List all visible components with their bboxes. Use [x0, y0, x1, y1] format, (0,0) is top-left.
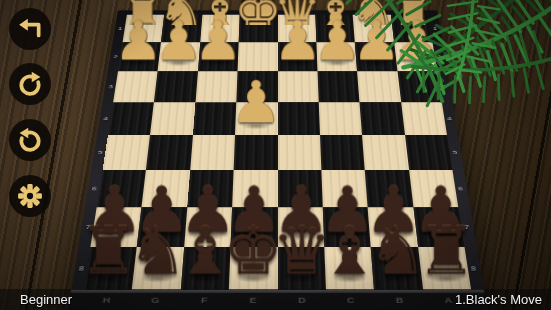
- rotate-counterclockwise-icon: [17, 127, 43, 153]
- square-h4[interactable]: [108, 102, 154, 135]
- gear-icon: [17, 183, 43, 209]
- difficulty-label: Beginner: [20, 292, 72, 307]
- square-g4[interactable]: [150, 102, 195, 135]
- settings-button[interactable]: [9, 175, 51, 217]
- back-button[interactable]: [9, 8, 51, 50]
- square-h3[interactable]: [113, 71, 158, 102]
- piece-P-f2[interactable]: ♟: [194, 13, 243, 67]
- rank-label-left-3: 3: [108, 84, 113, 90]
- move-status-label: 1.Black's Move: [455, 292, 542, 307]
- square-g3[interactable]: [154, 71, 198, 102]
- square-f2[interactable]: ♟: [198, 42, 239, 71]
- rotate-clockwise-icon: [17, 71, 43, 97]
- square-h5[interactable]: [103, 135, 151, 170]
- redo-button[interactable]: [9, 63, 51, 105]
- square-g5[interactable]: [146, 135, 192, 170]
- back-arrow-icon: [17, 16, 43, 42]
- square-a8[interactable]: ♜: [418, 247, 471, 290]
- bottom-status-bar: Beginner 1.Black's Move: [0, 289, 551, 310]
- square-d4[interactable]: [278, 102, 320, 135]
- square-f5[interactable]: [190, 135, 235, 170]
- chess-app-screen: ♜♞♝♚♛♝♞♜♟♟♟♟♟♟♟♟♟♟♟♟♟♟♟♟♜♞♝♚♛♝♞♜ HGFEDCB…: [0, 0, 551, 310]
- square-c8[interactable]: ♝: [324, 247, 374, 290]
- square-e1[interactable]: ♚: [239, 15, 278, 43]
- square-d8[interactable]: ♛: [277, 247, 325, 290]
- square-d5[interactable]: [277, 135, 321, 170]
- square-d3[interactable]: [278, 71, 319, 102]
- square-d2[interactable]: ♟: [278, 42, 318, 71]
- rank-label-left-2: 2: [113, 54, 118, 59]
- undo-button[interactable]: [9, 119, 51, 161]
- rank-label-left-1: 1: [118, 26, 123, 31]
- piece-r-a8[interactable]: ♜: [417, 218, 476, 284]
- palm-leaf-decoration: [322, 0, 551, 181]
- square-e4[interactable]: ♟: [235, 102, 277, 135]
- square-e5[interactable]: [234, 135, 278, 170]
- square-b8[interactable]: ♞: [371, 247, 423, 290]
- piece-P-e4[interactable]: ♟: [230, 73, 282, 131]
- square-e2[interactable]: [238, 42, 278, 71]
- rank-label-left-4: 4: [103, 115, 108, 121]
- square-e8[interactable]: ♚: [229, 247, 277, 290]
